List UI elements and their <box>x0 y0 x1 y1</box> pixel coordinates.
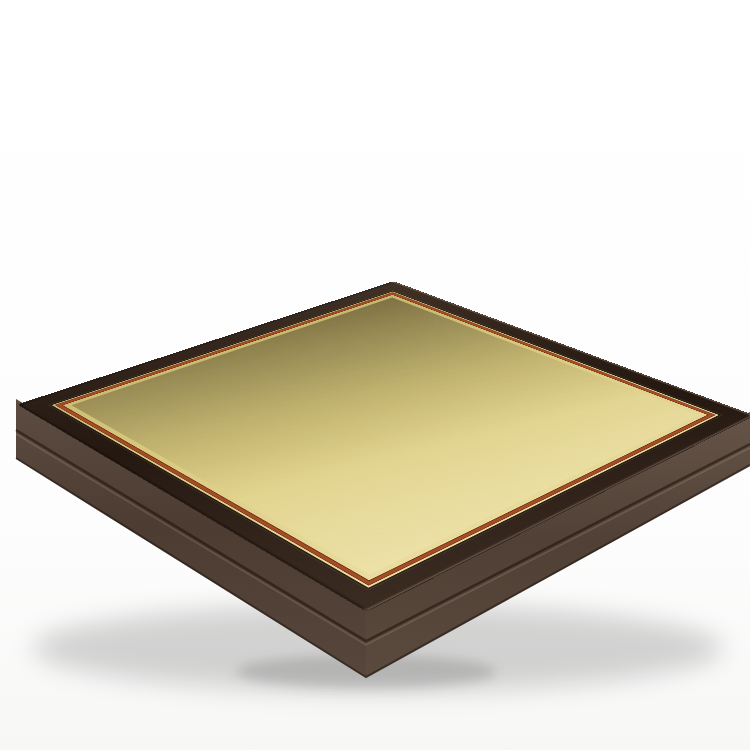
chess-board-box-top <box>18 282 750 611</box>
scene-3d <box>0 0 750 750</box>
product-photo-stage <box>0 0 750 750</box>
